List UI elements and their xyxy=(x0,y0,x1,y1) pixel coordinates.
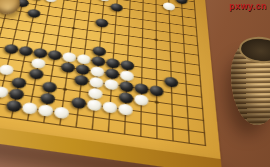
black-stone xyxy=(71,97,87,110)
white-stone xyxy=(98,0,111,2)
black-stone xyxy=(110,3,123,12)
black-stone xyxy=(176,0,188,5)
go-board-grid xyxy=(0,0,206,146)
star-point xyxy=(155,100,159,103)
white-stone xyxy=(90,66,104,78)
black-stone xyxy=(6,99,23,112)
black-stone xyxy=(75,64,90,76)
black-stone xyxy=(105,68,119,80)
white-stone xyxy=(44,0,58,3)
black-stone xyxy=(95,18,108,28)
black-stone xyxy=(164,76,178,88)
white-stone xyxy=(54,106,70,119)
white-stone xyxy=(62,52,77,63)
black-stone xyxy=(74,74,89,86)
black-stone xyxy=(60,62,75,74)
black-stone xyxy=(119,92,133,104)
black-stone xyxy=(11,77,27,89)
white-stone xyxy=(38,104,54,117)
watermark-text: pxwy.cn xyxy=(229,1,267,11)
black-stone xyxy=(121,60,135,71)
black-stone xyxy=(119,81,133,93)
white-stone xyxy=(134,94,148,106)
white-stone xyxy=(163,2,175,11)
black-stone xyxy=(18,46,33,57)
black-stone xyxy=(92,46,106,57)
white-stone xyxy=(89,76,104,88)
black-stone xyxy=(91,56,105,67)
white-stone xyxy=(87,99,102,112)
black-stone xyxy=(135,83,149,95)
black-stone xyxy=(47,50,62,61)
go-board xyxy=(0,0,221,159)
white-stone xyxy=(0,64,14,76)
star-point xyxy=(72,27,76,30)
black-stone xyxy=(150,85,164,97)
black-stone xyxy=(8,88,25,101)
white-stone xyxy=(120,70,134,82)
white-stone xyxy=(102,101,117,114)
star-point xyxy=(63,88,67,91)
black-stone xyxy=(4,43,20,54)
go-stone-bowl xyxy=(231,39,270,125)
white-stone xyxy=(31,58,46,69)
white-stone xyxy=(0,86,9,99)
white-stone xyxy=(77,54,91,65)
black-stone xyxy=(27,9,41,19)
black-stone xyxy=(42,81,58,93)
white-stone xyxy=(104,79,118,91)
white-stone xyxy=(88,87,103,99)
white-stone xyxy=(22,102,39,115)
go-photo-scene: pxwy.cn xyxy=(0,0,270,167)
white-stone xyxy=(118,103,133,116)
bowl-opening xyxy=(238,35,270,65)
star-point xyxy=(155,38,158,41)
black-stone xyxy=(40,92,56,105)
black-stone xyxy=(29,68,45,80)
black-stone xyxy=(31,0,45,1)
black-stone xyxy=(106,58,120,69)
black-stone xyxy=(33,48,48,59)
